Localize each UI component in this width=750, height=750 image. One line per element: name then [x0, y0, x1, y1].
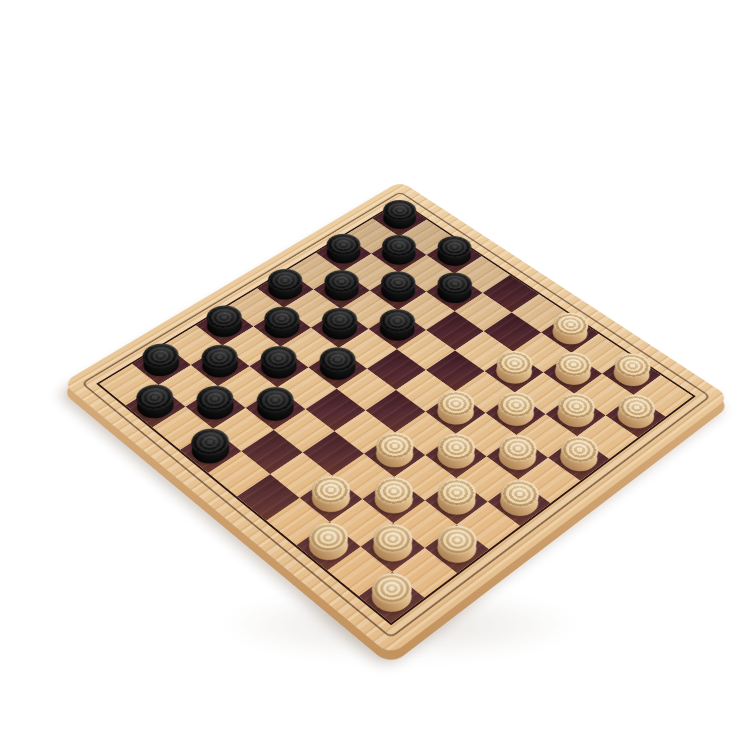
draughts-board	[62, 181, 729, 655]
product-photo	[0, 0, 750, 750]
